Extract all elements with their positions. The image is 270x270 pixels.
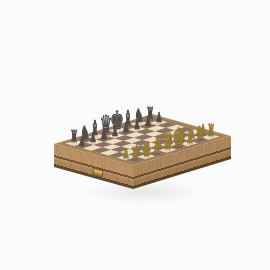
brass-clasp [93, 168, 103, 178]
product-photo: ♜♞♝♛♚♝♞♜♟♟♟♟♟♟♟♟♟♟♟♟♟♟♟♟♜♞♝♛♚♝♞♜ [0, 0, 270, 270]
